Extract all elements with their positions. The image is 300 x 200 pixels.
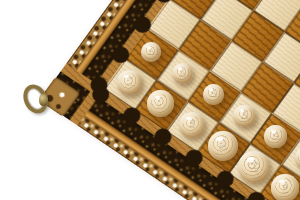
brass-stud-icon <box>115 50 128 62</box>
piece-glyph: ♗ <box>279 181 292 195</box>
piece-white-knight-b1[interactable]: ♘ <box>147 90 174 117</box>
brass-stud-icon <box>157 129 170 141</box>
piece-white-rook-a1[interactable]: ♖ <box>117 70 141 94</box>
photo-stage: ♟♙♙♖♙♘♙♗♙♕♙♔♙♗♘♖ <box>0 0 300 200</box>
brass-stud-icon <box>251 193 264 200</box>
piece-white-pawn-b2[interactable]: ♙ <box>172 63 193 84</box>
piece-glyph: ♗ <box>186 118 198 131</box>
piece-glyph: ♖ <box>124 76 135 88</box>
piece-glyph: ♙ <box>271 131 281 143</box>
brass-stud-icon <box>188 150 201 162</box>
piece-glyph: ♙ <box>240 110 250 121</box>
corner-clasp-knob-icon <box>39 94 48 106</box>
brass-stud-icon <box>219 172 232 184</box>
brass-stud-icon <box>137 20 150 32</box>
brass-stud-icon <box>126 108 139 120</box>
piece-glyph: ♕ <box>216 138 230 153</box>
piece-glyph: ♙ <box>209 89 219 100</box>
piece-white-bishop-f1[interactable]: ♗ <box>271 174 299 200</box>
piece-glyph: ♙ <box>147 47 156 57</box>
piece-white-pawn-d2[interactable]: ♙ <box>233 105 255 127</box>
piece-glyph: ♙ <box>178 68 187 79</box>
piece-glyph: ♘ <box>155 97 167 110</box>
piece-glyph: ♔ <box>247 159 262 175</box>
brass-stud-icon <box>95 87 108 99</box>
piece-white-bishop-c1[interactable]: ♗ <box>179 112 205 138</box>
